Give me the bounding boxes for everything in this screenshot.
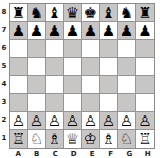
rank-label-5: 5 — [0, 57, 8, 75]
square-b3[interactable] — [28, 94, 46, 112]
piece-white-pawn-g2[interactable]: ♙ — [120, 112, 133, 128]
file-label-a: A — [9, 150, 28, 158]
square-d1[interactable]: ♕ — [64, 130, 82, 148]
square-h4[interactable] — [136, 76, 154, 94]
piece-black-pawn-c7[interactable]: ♟ — [48, 22, 61, 38]
square-e8[interactable]: ♚ — [82, 4, 100, 22]
piece-black-rook-h8[interactable]: ♜ — [138, 4, 151, 20]
square-c3[interactable] — [46, 94, 64, 112]
file-labels: ABCDEFGH — [9, 150, 157, 158]
piece-black-queen-d8[interactable]: ♛ — [66, 4, 79, 20]
square-b5[interactable] — [28, 58, 46, 76]
square-f8[interactable]: ♝ — [100, 4, 118, 22]
file-label-b: B — [28, 150, 47, 158]
square-g4[interactable] — [118, 76, 136, 94]
square-h6[interactable] — [136, 40, 154, 58]
square-g3[interactable] — [118, 94, 136, 112]
piece-white-pawn-h2[interactable]: ♙ — [138, 112, 151, 128]
piece-white-rook-a1[interactable]: ♖ — [12, 131, 25, 147]
square-h5[interactable] — [136, 58, 154, 76]
square-e4[interactable] — [82, 76, 100, 94]
piece-black-pawn-b7[interactable]: ♟ — [30, 22, 43, 38]
piece-white-pawn-f2[interactable]: ♙ — [102, 112, 115, 128]
square-a3[interactable] — [10, 94, 28, 112]
square-h3[interactable] — [136, 94, 154, 112]
square-b7[interactable]: ♟ — [28, 22, 46, 40]
rank-label-2: 2 — [0, 111, 8, 129]
square-f7[interactable]: ♟ — [100, 22, 118, 40]
square-e5[interactable] — [82, 58, 100, 76]
rank-label-7: 7 — [0, 21, 8, 39]
square-d8[interactable]: ♛ — [64, 4, 82, 22]
square-c4[interactable] — [46, 76, 64, 94]
square-c6[interactable] — [46, 40, 64, 58]
square-g8[interactable]: ♞ — [118, 4, 136, 22]
piece-white-pawn-c2[interactable]: ♙ — [48, 112, 61, 128]
file-label-h: H — [139, 150, 158, 158]
piece-black-pawn-d7[interactable]: ♟ — [66, 22, 79, 38]
piece-white-knight-g1[interactable]: ♘ — [120, 131, 133, 147]
piece-black-pawn-h7[interactable]: ♟ — [138, 22, 151, 38]
piece-black-king-e8[interactable]: ♚ — [84, 4, 97, 20]
square-h8[interactable]: ♜ — [136, 4, 154, 22]
square-h7[interactable]: ♟ — [136, 22, 154, 40]
square-a7[interactable]: ♟ — [10, 22, 28, 40]
rank-label-6: 6 — [0, 39, 8, 57]
square-a4[interactable] — [10, 76, 28, 94]
square-f3[interactable] — [100, 94, 118, 112]
square-f6[interactable] — [100, 40, 118, 58]
square-g2[interactable]: ♙ — [118, 112, 136, 130]
chess-board[interactable]: ♜♞♝♛♚♝♞♜♟♟♟♟♟♟♟♟♙♙♙♙♙♙♙♙♖♘♗♕♔♗♘♖ — [9, 3, 155, 149]
square-h2[interactable]: ♙ — [136, 112, 154, 130]
square-d7[interactable]: ♟ — [64, 22, 82, 40]
square-f1[interactable]: ♗ — [100, 130, 118, 148]
square-g7[interactable]: ♟ — [118, 22, 136, 40]
piece-black-bishop-c8[interactable]: ♝ — [48, 4, 61, 20]
square-c5[interactable] — [46, 58, 64, 76]
square-b8[interactable]: ♞ — [28, 4, 46, 22]
rank-label-3: 3 — [0, 93, 8, 111]
piece-black-knight-g8[interactable]: ♞ — [120, 4, 133, 20]
square-b1[interactable]: ♘ — [28, 130, 46, 148]
square-h1[interactable]: ♖ — [136, 130, 154, 148]
square-g1[interactable]: ♘ — [118, 130, 136, 148]
square-g6[interactable] — [118, 40, 136, 58]
piece-white-pawn-e2[interactable]: ♙ — [84, 112, 97, 128]
piece-black-knight-b8[interactable]: ♞ — [30, 4, 43, 20]
square-e2[interactable]: ♙ — [82, 112, 100, 130]
rank-label-8: 8 — [0, 3, 8, 21]
square-a5[interactable] — [10, 58, 28, 76]
piece-white-queen-d1[interactable]: ♕ — [66, 131, 79, 147]
piece-black-bishop-f8[interactable]: ♝ — [102, 4, 115, 20]
piece-black-pawn-a7[interactable]: ♟ — [12, 22, 25, 38]
square-f2[interactable]: ♙ — [100, 112, 118, 130]
piece-white-bishop-c1[interactable]: ♗ — [48, 131, 61, 147]
square-e1[interactable]: ♔ — [82, 130, 100, 148]
piece-white-pawn-b2[interactable]: ♙ — [30, 112, 43, 128]
piece-white-bishop-f1[interactable]: ♗ — [102, 131, 115, 147]
square-g5[interactable] — [118, 58, 136, 76]
square-e3[interactable] — [82, 94, 100, 112]
piece-black-pawn-e7[interactable]: ♟ — [84, 22, 97, 38]
square-c1[interactable]: ♗ — [46, 130, 64, 148]
file-label-d: D — [65, 150, 84, 158]
piece-white-king-e1[interactable]: ♔ — [84, 131, 97, 147]
piece-white-knight-b1[interactable]: ♘ — [30, 131, 43, 147]
rank-label-1: 1 — [0, 129, 8, 147]
square-b2[interactable]: ♙ — [28, 112, 46, 130]
file-label-f: F — [102, 150, 121, 158]
square-a6[interactable] — [10, 40, 28, 58]
rank-labels: 87654321 — [0, 3, 8, 147]
square-d6[interactable] — [64, 40, 82, 58]
file-label-g: G — [120, 150, 139, 158]
piece-black-pawn-f7[interactable]: ♟ — [102, 22, 115, 38]
square-d5[interactable] — [64, 58, 82, 76]
square-d2[interactable]: ♙ — [64, 112, 82, 130]
square-c7[interactable]: ♟ — [46, 22, 64, 40]
square-f5[interactable] — [100, 58, 118, 76]
file-label-e: E — [83, 150, 102, 158]
square-d3[interactable] — [64, 94, 82, 112]
chess-diagram: 87654321 ♜♞♝♛♚♝♞♜♟♟♟♟♟♟♟♟♙♙♙♙♙♙♙♙♖♘♗♕♔♗♘… — [0, 0, 160, 158]
rank-label-4: 4 — [0, 75, 8, 93]
square-d4[interactable] — [64, 76, 82, 94]
square-c8[interactable]: ♝ — [46, 4, 64, 22]
square-a8[interactable]: ♜ — [10, 4, 28, 22]
square-b4[interactable] — [28, 76, 46, 94]
file-label-c: C — [46, 150, 65, 158]
square-a1[interactable]: ♖ — [10, 130, 28, 148]
piece-white-pawn-a2[interactable]: ♙ — [12, 112, 25, 128]
piece-white-rook-h1[interactable]: ♖ — [138, 131, 151, 147]
piece-white-pawn-d2[interactable]: ♙ — [66, 112, 79, 128]
piece-black-rook-a8[interactable]: ♜ — [12, 4, 25, 20]
square-a2[interactable]: ♙ — [10, 112, 28, 130]
piece-black-pawn-g7[interactable]: ♟ — [120, 22, 133, 38]
square-e7[interactable]: ♟ — [82, 22, 100, 40]
square-b6[interactable] — [28, 40, 46, 58]
square-c2[interactable]: ♙ — [46, 112, 64, 130]
square-f4[interactable] — [100, 76, 118, 94]
square-e6[interactable] — [82, 40, 100, 58]
